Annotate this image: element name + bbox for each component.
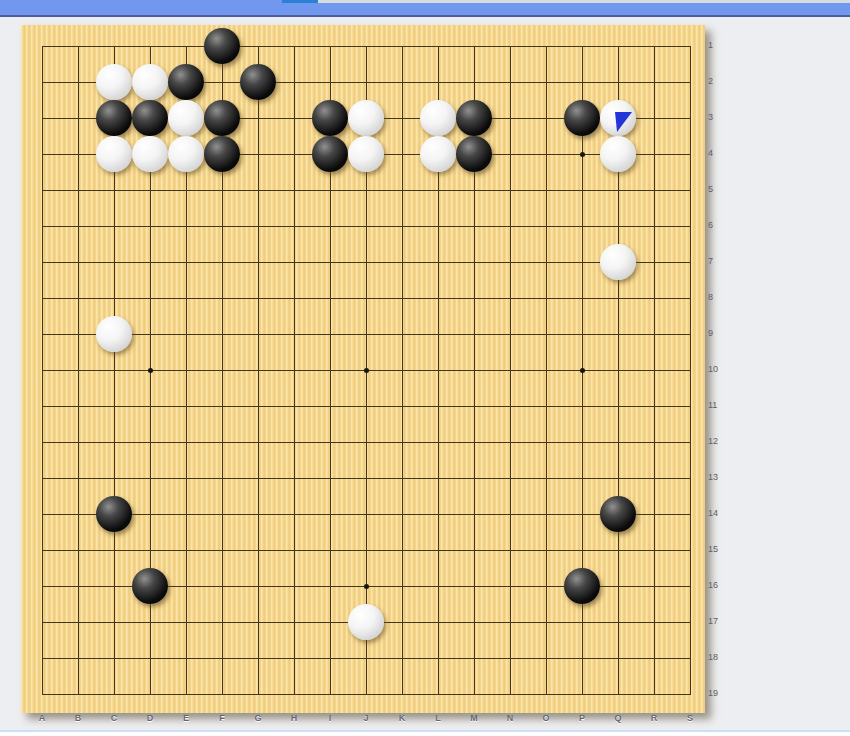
grid-line-vertical [690,46,691,695]
stone-black-P3 [564,100,600,136]
row-label-5: 5 [708,184,734,196]
stone-black-Q14 [600,496,636,532]
column-label-B: B [60,713,96,723]
column-label-E: E [168,713,204,723]
row-label-13: 13 [708,472,734,484]
stone-black-C3 [96,100,132,136]
star-point [364,584,369,589]
row-label-6: 6 [708,220,734,232]
stone-white-L3 [420,100,456,136]
row-label-8: 8 [708,292,734,304]
column-label-L: L [420,713,456,723]
grid-line-horizontal [42,442,691,443]
column-labels: ABCDEFGHIJKLMNOPQRS [24,713,724,727]
stone-black-D3 [132,100,168,136]
stone-black-C14 [96,496,132,532]
column-label-D: D [132,713,168,723]
column-label-K: K [384,713,420,723]
row-label-10: 10 [708,364,734,376]
row-label-3: 3 [708,112,734,124]
row-label-4: 4 [708,148,734,160]
stone-white-D2 [132,64,168,100]
top-toolbar [0,0,850,17]
stone-white-Q4 [600,136,636,172]
go-board[interactable] [21,25,705,713]
stone-black-M4 [456,136,492,172]
column-label-R: R [636,713,672,723]
column-label-N: N [492,713,528,723]
stone-white-D4 [132,136,168,172]
row-label-11: 11 [708,400,734,412]
row-label-12: 12 [708,436,734,448]
stone-black-I4 [312,136,348,172]
stone-black-F1 [204,28,240,64]
row-label-19: 19 [708,688,734,700]
stone-black-F3 [204,100,240,136]
row-label-2: 2 [708,76,734,88]
row-label-14: 14 [708,508,734,520]
row-label-16: 16 [708,580,734,592]
stone-white-J17 [348,604,384,640]
row-label-7: 7 [708,256,734,268]
stone-white-E4 [168,136,204,172]
tab-strip [318,0,850,3]
grid-line-horizontal [42,658,691,659]
stone-white-J3 [348,100,384,136]
stone-white-E3 [168,100,204,136]
grid-line-horizontal [42,514,691,515]
grid-line-vertical [654,46,655,695]
grid-line-vertical [402,46,403,695]
grid-line-vertical [510,46,511,695]
row-label-1: 1 [708,40,734,52]
stone-black-E2 [168,64,204,100]
grid-line-horizontal [42,406,691,407]
stone-black-F4 [204,136,240,172]
grid-line-horizontal [42,550,691,551]
row-label-18: 18 [708,652,734,664]
grid-line-horizontal [42,478,691,479]
stone-black-D16 [132,568,168,604]
stone-black-I3 [312,100,348,136]
stone-black-G2 [240,64,276,100]
stone-white-Q7 [600,244,636,280]
column-label-G: G [240,713,276,723]
bottom-margin [0,732,850,736]
column-label-Q: Q [600,713,636,723]
stone-white-J4 [348,136,384,172]
grid-line-vertical [546,46,547,695]
star-point [580,368,585,373]
row-labels: 12345678910111213141516171819 [708,0,734,736]
column-label-H: H [276,713,312,723]
stone-black-P16 [564,568,600,604]
column-label-S: S [672,713,708,723]
row-label-9: 9 [708,328,734,340]
stone-black-M3 [456,100,492,136]
column-label-J: J [348,713,384,723]
column-label-M: M [456,713,492,723]
column-label-F: F [204,713,240,723]
column-label-O: O [528,713,564,723]
row-label-15: 15 [708,544,734,556]
star-point [364,368,369,373]
column-label-I: I [312,713,348,723]
column-label-P: P [564,713,600,723]
row-label-17: 17 [708,616,734,628]
stone-white-L4 [420,136,456,172]
stone-white-C9 [96,316,132,352]
column-label-A: A [24,713,60,723]
stone-white-C2 [96,64,132,100]
stone-white-C4 [96,136,132,172]
star-point [148,368,153,373]
column-label-C: C [96,713,132,723]
star-point [580,152,585,157]
active-tab-indicator[interactable] [282,0,318,3]
grid-line-horizontal [42,694,691,695]
